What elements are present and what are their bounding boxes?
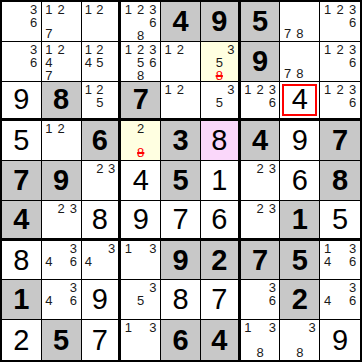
- candidate-3: 3: [106, 242, 118, 255]
- cell-r4c3[interactable]: 6: [82, 121, 122, 161]
- candidate-empty: [67, 56, 79, 69]
- candidate-6: 6: [346, 96, 359, 109]
- candidate-empty: [122, 29, 134, 42]
- candidate-empty: [242, 281, 254, 294]
- cell-r4c1[interactable]: 5: [2, 121, 42, 161]
- candidate-empty: [306, 346, 318, 359]
- given-digit: 4: [13, 205, 29, 234]
- cell-r5c6[interactable]: 1: [201, 161, 241, 201]
- candidate-empty: [281, 15, 293, 27]
- cell-r2c5[interactable]: 12: [161, 42, 201, 82]
- candidate-empty: [242, 109, 254, 118]
- candidate-empty: [334, 281, 347, 294]
- candidate-3: 3: [306, 321, 318, 334]
- solved-digit: 7: [92, 326, 108, 355]
- candidate-1: 1: [321, 242, 334, 255]
- candidate-8: 8: [294, 346, 306, 359]
- cell-r3c3[interactable]: 125: [82, 82, 122, 122]
- cell-r9c7[interactable]: 138: [241, 320, 281, 360]
- solved-digit: 9: [92, 285, 108, 314]
- candidate-6: 6: [346, 16, 359, 29]
- cell-r8c9[interactable]: 346: [320, 280, 360, 320]
- candidate-empty: [55, 307, 67, 318]
- candidate-empty: [122, 255, 134, 267]
- cell-r3c8[interactable]: 4: [280, 82, 320, 122]
- cell-r5c9[interactable]: 8: [320, 161, 360, 201]
- candidate-empty: [202, 69, 214, 82]
- candidate-grid: 123568: [122, 43, 159, 80]
- given-digit: 9: [211, 7, 227, 36]
- candidate-grid: 138: [242, 321, 279, 359]
- candidate-3: 3: [225, 83, 237, 96]
- candidate-empty: [67, 147, 79, 159]
- cell-r2c6[interactable]: 358: [201, 42, 241, 82]
- candidate-empty: [266, 187, 278, 199]
- candidate-empty: [83, 69, 95, 80]
- cell-r3c5[interactable]: 12: [161, 82, 201, 122]
- given-digit: 9: [252, 47, 268, 76]
- candidate-grid: 13: [122, 321, 159, 359]
- candidate-2: 2: [254, 202, 266, 215]
- candidate-empty: [106, 56, 118, 69]
- cell-r4c5[interactable]: 3: [161, 121, 201, 161]
- cell-r7c4[interactable]: 13: [121, 241, 161, 281]
- given-digit: 5: [172, 166, 188, 195]
- cell-r4c2[interactable]: 12: [42, 121, 82, 161]
- candidate-6: 6: [67, 255, 79, 268]
- candidate-grid: 34: [83, 242, 118, 279]
- candidate-empty: [266, 226, 278, 237]
- candidate-grid: 23: [83, 162, 118, 199]
- candidate-empty: [294, 43, 306, 55]
- candidate-grid: 12: [162, 83, 199, 118]
- cell-r6c8[interactable]: 1: [280, 201, 320, 241]
- candidate-empty: [67, 27, 79, 40]
- candidate-empty: [135, 334, 147, 346]
- cell-r1c7[interactable]: 5: [241, 2, 281, 42]
- cell-r6c1[interactable]: 4: [2, 201, 42, 241]
- cell-r7c8[interactable]: 5: [280, 241, 320, 281]
- cell-r7c6[interactable]: 2: [201, 241, 241, 281]
- cell-r7c7[interactable]: 7: [241, 241, 281, 281]
- candidate-5: 5: [135, 294, 147, 307]
- candidate-empty: [135, 321, 147, 334]
- candidate-empty: [3, 3, 15, 16]
- cell-r9c6[interactable]: 4: [201, 320, 241, 360]
- candidate-1: 1: [122, 43, 134, 56]
- candidate-empty: [67, 122, 79, 135]
- candidate-empty: [334, 268, 347, 279]
- cell-r6c9[interactable]: 5: [320, 201, 360, 241]
- candidate-5: 5: [94, 96, 106, 109]
- cell-r5c8[interactable]: 6: [280, 161, 320, 201]
- candidate-empty: [106, 175, 118, 187]
- candidate-empty: [162, 68, 174, 80]
- candidate-empty: [346, 307, 359, 318]
- cell-r7c3[interactable]: 34: [82, 241, 122, 281]
- solved-digit: 5: [332, 205, 348, 234]
- candidate-empty: [147, 255, 159, 267]
- candidate-grid: 35: [202, 83, 237, 118]
- cell-r9c2[interactable]: 5: [42, 320, 82, 360]
- cell-r1c4[interactable]: 12368: [121, 2, 161, 42]
- cell-r6c7[interactable]: 23: [241, 201, 281, 241]
- candidate-empty: [162, 106, 174, 117]
- candidate-empty: [122, 69, 134, 82]
- given-digit: 8: [53, 85, 69, 114]
- candidate-grid: 23: [43, 202, 80, 237]
- candidate-empty: [254, 321, 266, 334]
- given-digit: 1: [13, 285, 29, 314]
- candidate-empty: [187, 106, 199, 117]
- candidate-grid: 1236: [242, 83, 279, 118]
- cell-r4c9[interactable]: 7: [320, 121, 360, 161]
- cell-r8c8[interactable]: 2: [280, 280, 320, 320]
- cell-r1c8[interactable]: 78: [280, 2, 320, 42]
- candidate-empty: [94, 268, 106, 279]
- candidate-empty: [122, 347, 134, 359]
- candidate-empty: [55, 226, 67, 237]
- given-digit: 9: [53, 166, 69, 195]
- candidate-empty: [122, 334, 134, 346]
- candidate-8: 8: [294, 27, 306, 40]
- candidate-empty: [294, 15, 306, 27]
- cell-r4c8[interactable]: 9: [280, 121, 320, 161]
- candidate-empty: [55, 69, 67, 82]
- candidate-empty: [254, 187, 266, 199]
- candidate-empty: [254, 215, 266, 226]
- cell-r5c3[interactable]: 23: [82, 161, 122, 201]
- solved-digit: 1: [211, 166, 227, 195]
- cell-r9c8[interactable]: 38: [280, 320, 320, 360]
- candidate-grid: 125: [83, 83, 118, 118]
- candidate-empty: [242, 162, 254, 175]
- candidate-empty: [67, 135, 79, 147]
- candidate-empty: [254, 109, 266, 118]
- candidate-empty: [106, 43, 118, 56]
- candidate-empty: [43, 268, 55, 279]
- solved-digit: 9: [133, 205, 149, 234]
- candidate-2: 2: [254, 162, 266, 175]
- candidate-empty: [306, 55, 318, 67]
- candidate-empty: [106, 69, 118, 80]
- cell-r7c1[interactable]: 8: [2, 241, 42, 281]
- candidate-7: 7: [281, 27, 293, 40]
- candidate-empty: [67, 268, 79, 279]
- cell-r7c2[interactable]: 346: [42, 241, 82, 281]
- given-digit: 5: [53, 326, 69, 355]
- candidate-1: 1: [122, 321, 134, 334]
- given-digit: 4: [172, 7, 188, 36]
- cell-r8c4[interactable]: 35: [121, 280, 161, 320]
- candidate-empty: [83, 242, 95, 255]
- candidate-empty: [254, 281, 266, 294]
- cell-r8c2[interactable]: 346: [42, 280, 82, 320]
- given-digit: 2: [211, 246, 227, 275]
- candidate-empty: [202, 43, 214, 56]
- candidate-empty: [254, 226, 266, 237]
- candidate-grid: 358: [202, 43, 237, 80]
- cell-r7c9[interactable]: 1346: [320, 241, 360, 281]
- cell-r2c2[interactable]: 1247: [42, 42, 82, 82]
- candidate-empty: [122, 294, 134, 307]
- cell-r7c5[interactable]: 9: [161, 241, 201, 281]
- candidate-empty: [94, 255, 106, 268]
- candidate-empty: [43, 215, 55, 226]
- candidate-empty: [106, 255, 118, 268]
- candidate-grid: 36: [3, 43, 40, 80]
- candidate-empty: [135, 242, 147, 255]
- candidate-3: 3: [147, 242, 159, 255]
- candidate-empty: [55, 255, 67, 268]
- candidate-2: 2: [135, 3, 147, 16]
- candidate-3: 3: [106, 162, 118, 175]
- given-digit: 4: [211, 326, 227, 355]
- candidate-grid: 23: [242, 202, 279, 237]
- cell-r4c6[interactable]: 8: [201, 121, 241, 161]
- given-digit: 3: [172, 126, 188, 155]
- cell-r6c2[interactable]: 23: [42, 201, 82, 241]
- candidate-empty: [55, 56, 67, 69]
- cell-r9c9[interactable]: 9: [320, 320, 360, 360]
- candidate-empty: [266, 307, 278, 318]
- candidate-empty: [83, 109, 95, 118]
- candidate-empty: [147, 135, 159, 146]
- candidate-4: 4: [321, 255, 334, 268]
- cell-r3c2[interactable]: 8: [42, 82, 82, 122]
- candidate-grid: 346: [321, 281, 359, 318]
- candidate-empty: [281, 43, 293, 55]
- given-digit: 5: [252, 7, 268, 36]
- candidate-empty: [94, 28, 106, 40]
- candidate-6: 6: [147, 56, 159, 69]
- cell-r1c5[interactable]: 4: [161, 2, 201, 42]
- candidate-empty: [346, 109, 359, 118]
- cell-r3c9[interactable]: 1236: [320, 82, 360, 122]
- candidate-empty: [187, 43, 199, 56]
- candidate-empty: [83, 162, 95, 175]
- candidate-empty: [187, 83, 199, 96]
- candidate-empty: [266, 215, 278, 226]
- candidate-empty: [213, 109, 225, 118]
- candidate-empty: [106, 83, 118, 96]
- candidate-empty: [334, 242, 347, 255]
- candidate-1: 1: [83, 83, 95, 96]
- candidate-empty: [242, 294, 254, 307]
- candidate-empty: [321, 16, 334, 29]
- given-digit: 7: [13, 166, 29, 195]
- cell-r8c1[interactable]: 1: [2, 280, 42, 320]
- candidate-empty: [122, 122, 134, 135]
- eliminated-candidate-8: 8: [213, 69, 225, 82]
- candidate-1: 1: [43, 43, 55, 56]
- cell-r6c6[interactable]: 6: [201, 201, 241, 241]
- candidate-empty: [321, 29, 334, 40]
- candidate-empty: [174, 96, 186, 107]
- candidate-empty: [55, 268, 67, 279]
- cell-r2c1[interactable]: 36: [2, 42, 42, 82]
- candidate-5: 5: [94, 56, 106, 69]
- candidate-empty: [147, 122, 159, 135]
- cell-r5c5[interactable]: 5: [161, 161, 201, 201]
- candidate-empty: [147, 294, 159, 307]
- cell-r1c2[interactable]: 127: [42, 2, 82, 42]
- candidate-empty: [15, 16, 27, 29]
- cell-r9c5[interactable]: 6: [161, 320, 201, 360]
- candidate-empty: [15, 3, 27, 16]
- candidate-empty: [122, 16, 134, 29]
- cell-r9c3[interactable]: 7: [82, 320, 122, 360]
- given-digit: 1: [292, 205, 308, 234]
- candidate-empty: [147, 69, 159, 82]
- cell-r5c2[interactable]: 9: [42, 161, 82, 201]
- cell-r1c6[interactable]: 9: [201, 2, 241, 42]
- candidate-grid: 12368: [122, 3, 159, 40]
- cell-r5c1[interactable]: 7: [2, 161, 42, 201]
- candidate-empty: [122, 307, 134, 318]
- cell-r3c7[interactable]: 1236: [241, 82, 281, 122]
- eliminated-candidate-8: 8: [135, 146, 147, 159]
- candidate-empty: [43, 202, 55, 215]
- candidate-empty: [162, 56, 174, 68]
- solved-digit: 7: [172, 205, 188, 234]
- candidate-5: 5: [135, 56, 147, 69]
- candidate-empty: [106, 3, 118, 16]
- candidate-empty: [334, 96, 347, 109]
- cell-r3c1[interactable]: 9: [2, 82, 42, 122]
- candidate-grid: 1245: [83, 43, 118, 80]
- candidate-empty: [174, 56, 186, 68]
- candidate-empty: [55, 27, 67, 40]
- candidate-grid: 12: [162, 43, 199, 80]
- candidate-empty: [122, 135, 134, 146]
- given-digit: 6: [92, 126, 108, 155]
- cell-r9c1[interactable]: 2: [2, 320, 42, 360]
- candidate-empty: [83, 187, 95, 199]
- candidate-4: 4: [321, 294, 334, 307]
- candidate-empty: [334, 29, 347, 40]
- candidate-6: 6: [266, 294, 278, 307]
- candidate-1: 1: [43, 3, 55, 16]
- candidate-grid: 12: [43, 122, 80, 159]
- cell-r2c9[interactable]: 1236: [320, 42, 360, 82]
- candidate-empty: [83, 16, 95, 28]
- given-digit: 8: [332, 166, 348, 195]
- solved-digit: 8: [211, 126, 227, 155]
- candidate-empty: [147, 347, 159, 359]
- candidate-empty: [346, 268, 359, 279]
- solved-digit: 6: [211, 205, 227, 234]
- cell-r4c4[interactable]: 28: [121, 121, 161, 161]
- candidate-3: 3: [266, 83, 278, 96]
- candidate-empty: [225, 69, 237, 82]
- cell-r1c9[interactable]: 1236: [320, 2, 360, 42]
- cell-r2c4[interactable]: 123568: [121, 42, 161, 82]
- candidate-1: 1: [242, 83, 254, 96]
- cell-r3c4[interactable]: 7: [121, 82, 161, 122]
- solved-digit: 8: [13, 246, 29, 275]
- candidate-empty: [94, 242, 106, 255]
- candidate-empty: [106, 96, 118, 109]
- candidate-2: 2: [94, 43, 106, 56]
- candidate-empty: [3, 29, 15, 40]
- candidate-1: 1: [162, 83, 174, 96]
- cell-r8c7[interactable]: 36: [241, 280, 281, 320]
- cell-r6c5[interactable]: 7: [161, 201, 201, 241]
- cell-r6c4[interactable]: 9: [121, 201, 161, 241]
- cell-r2c3[interactable]: 1245: [82, 42, 122, 82]
- solved-digit: 5: [13, 126, 29, 155]
- candidate-empty: [94, 109, 106, 118]
- cell-r5c7[interactable]: 23: [241, 161, 281, 201]
- candidate-5: 5: [213, 56, 225, 69]
- cell-r5c4[interactable]: 4: [121, 161, 161, 201]
- candidate-1: 1: [43, 122, 55, 135]
- candidate-grid: 36: [242, 281, 279, 318]
- candidate-empty: [43, 242, 55, 255]
- candidate-empty: [122, 267, 134, 279]
- cell-r6c3[interactable]: 8: [82, 201, 122, 241]
- candidate-grid: 23: [242, 162, 279, 199]
- candidate-1: 1: [122, 242, 134, 255]
- candidate-3: 3: [266, 321, 278, 334]
- candidate-grid: 346: [43, 242, 80, 279]
- candidate-empty: [55, 215, 67, 226]
- candidate-grid: 346: [43, 281, 80, 318]
- candidate-empty: [94, 175, 106, 187]
- cell-r3c6[interactable]: 35: [201, 82, 241, 122]
- given-digit: 2: [292, 285, 308, 314]
- cell-r8c3[interactable]: 9: [82, 280, 122, 320]
- candidate-1: 1: [122, 3, 134, 16]
- candidate-6: 6: [28, 16, 40, 29]
- given-digit: 5: [292, 246, 308, 275]
- candidate-empty: [242, 202, 254, 215]
- candidate-empty: [281, 346, 293, 359]
- candidate-empty: [94, 69, 106, 80]
- candidate-7: 7: [281, 67, 293, 80]
- cell-r2c7[interactable]: 9: [241, 42, 281, 82]
- candidate-empty: [162, 96, 174, 107]
- candidate-empty: [266, 109, 278, 118]
- cell-r4c7[interactable]: 4: [241, 121, 281, 161]
- candidate-6: 6: [346, 255, 359, 268]
- cell-r8c5[interactable]: 8: [161, 280, 201, 320]
- candidate-empty: [94, 16, 106, 28]
- candidate-3: 3: [346, 242, 359, 255]
- solved-digit: 9: [332, 326, 348, 355]
- candidate-empty: [225, 96, 237, 109]
- given-digit: 4: [252, 126, 268, 155]
- cell-r9c4[interactable]: 13: [121, 320, 161, 360]
- candidate-4: 4: [43, 56, 55, 69]
- given-digit: 6: [172, 326, 188, 355]
- candidate-empty: [266, 175, 278, 187]
- candidate-3: 3: [28, 43, 40, 56]
- candidate-empty: [67, 307, 79, 318]
- candidate-empty: [294, 55, 306, 67]
- candidate-empty: [3, 43, 15, 56]
- cell-r8c6[interactable]: 7: [201, 280, 241, 320]
- candidate-2: 2: [334, 83, 347, 96]
- candidate-empty: [281, 334, 293, 346]
- cell-r1c1[interactable]: 36: [2, 2, 42, 42]
- candidate-empty: [174, 106, 186, 117]
- candidate-7: 7: [43, 27, 55, 40]
- cell-r1c3[interactable]: 12: [82, 2, 122, 42]
- candidate-empty: [83, 96, 95, 109]
- cell-r2c8[interactable]: 78: [280, 42, 320, 82]
